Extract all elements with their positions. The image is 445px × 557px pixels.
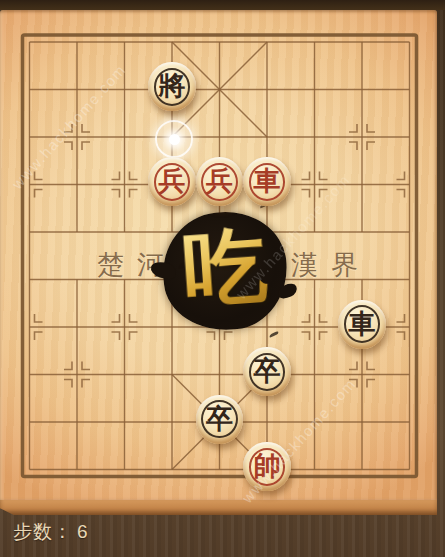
point-7-6[interactable]: 車: [338, 303, 386, 351]
point-3-1[interactable]: 將: [148, 66, 196, 114]
point-2-1[interactable]: [101, 66, 149, 114]
piece-red-pawn[interactable]: 兵: [148, 157, 196, 206]
point-6-8[interactable]: [291, 398, 339, 446]
point-8-5[interactable]: [386, 256, 434, 304]
point-5-0[interactable]: [243, 18, 291, 66]
point-5-2[interactable]: [243, 113, 291, 161]
background-top-strip: [0, 0, 445, 10]
point-4-1[interactable]: [196, 66, 244, 114]
piece-glyph: 車: [349, 310, 376, 337]
point-7-9[interactable]: [338, 446, 386, 494]
point-4-3[interactable]: 兵: [196, 161, 244, 209]
point-8-3[interactable]: [386, 161, 434, 209]
point-0-2[interactable]: [6, 113, 54, 161]
piece-glyph: 卒: [254, 357, 281, 384]
point-0-7[interactable]: [6, 351, 54, 399]
piece-glyph: 將: [159, 72, 186, 99]
point-4-0[interactable]: [196, 18, 244, 66]
piece-glyph: 車: [254, 167, 281, 194]
point-7-8[interactable]: [338, 398, 386, 446]
point-2-4[interactable]: [101, 208, 149, 256]
step-counter-label: 步数: [13, 519, 53, 545]
point-6-6[interactable]: [291, 303, 339, 351]
point-5-7[interactable]: 卒: [243, 351, 291, 399]
point-2-5[interactable]: [101, 256, 149, 304]
piece-red-chariot[interactable]: 車: [243, 157, 291, 206]
point-4-8[interactable]: 卒: [196, 398, 244, 446]
point-0-4[interactable]: [6, 208, 54, 256]
point-1-2[interactable]: [53, 113, 101, 161]
point-1-3[interactable]: [53, 161, 101, 209]
point-2-2[interactable]: [101, 113, 149, 161]
point-2-0[interactable]: [101, 18, 149, 66]
step-counter-colon: ：: [53, 519, 73, 545]
point-6-9[interactable]: [291, 446, 339, 494]
point-7-7[interactable]: [338, 351, 386, 399]
board-bottom-bevel: [0, 500, 437, 515]
piece-glyph: 兵: [206, 167, 233, 194]
point-3-9[interactable]: [148, 446, 196, 494]
point-0-5[interactable]: [6, 256, 54, 304]
point-2-9[interactable]: [101, 446, 149, 494]
point-6-1[interactable]: [291, 66, 339, 114]
point-3-7[interactable]: [148, 351, 196, 399]
point-6-4[interactable]: [291, 208, 339, 256]
point-5-3[interactable]: 車: [243, 161, 291, 209]
point-1-0[interactable]: [53, 18, 101, 66]
point-3-8[interactable]: [148, 398, 196, 446]
point-2-7[interactable]: [101, 351, 149, 399]
point-1-9[interactable]: [53, 446, 101, 494]
point-8-2[interactable]: [386, 113, 434, 161]
point-6-5[interactable]: [291, 256, 339, 304]
point-7-5[interactable]: [338, 256, 386, 304]
point-0-3[interactable]: [6, 161, 54, 209]
point-8-8[interactable]: [386, 398, 434, 446]
point-3-2[interactable]: [148, 113, 196, 161]
xiangqi-game-screen: 楚河 漢界 吃 將兵兵車車卒卒帥 www.hackhome.com www.ha…: [0, 0, 445, 557]
piece-black-pawn[interactable]: 卒: [196, 395, 244, 444]
point-6-7[interactable]: [291, 351, 339, 399]
point-5-8[interactable]: [243, 398, 291, 446]
point-3-3[interactable]: 兵: [148, 161, 196, 209]
point-7-4[interactable]: [338, 208, 386, 256]
point-4-9[interactable]: [196, 446, 244, 494]
point-1-6[interactable]: [53, 303, 101, 351]
piece-glyph: 卒: [206, 405, 233, 432]
point-4-4[interactable]: [196, 208, 244, 256]
piece-black-chariot[interactable]: 車: [338, 300, 386, 349]
point-2-3[interactable]: [101, 161, 149, 209]
point-1-1[interactable]: [53, 66, 101, 114]
point-6-2[interactable]: [291, 113, 339, 161]
point-8-6[interactable]: [386, 303, 434, 351]
board-intersections[interactable]: 將兵兵車車卒卒帥: [6, 18, 434, 493]
piece-red-pawn[interactable]: 兵: [196, 157, 244, 206]
point-4-6[interactable]: [196, 303, 244, 351]
point-8-4[interactable]: [386, 208, 434, 256]
point-4-5[interactable]: [196, 256, 244, 304]
point-5-5[interactable]: [243, 256, 291, 304]
point-7-3[interactable]: [338, 161, 386, 209]
point-3-4[interactable]: [148, 208, 196, 256]
point-6-0[interactable]: [291, 18, 339, 66]
step-counter: 步数 ： 6: [13, 519, 89, 545]
point-2-6[interactable]: [101, 303, 149, 351]
point-1-7[interactable]: [53, 351, 101, 399]
point-5-1[interactable]: [243, 66, 291, 114]
piece-black-pawn[interactable]: 卒: [243, 347, 291, 396]
point-2-8[interactable]: [101, 398, 149, 446]
point-8-0[interactable]: [386, 18, 434, 66]
piece-glyph: 帥: [254, 452, 281, 479]
point-7-2[interactable]: [338, 113, 386, 161]
point-3-6[interactable]: [148, 303, 196, 351]
point-5-9[interactable]: 帥: [243, 446, 291, 494]
point-8-1[interactable]: [386, 66, 434, 114]
point-6-3[interactable]: [291, 161, 339, 209]
point-7-0[interactable]: [338, 18, 386, 66]
piece-red-general[interactable]: 帥: [243, 442, 291, 491]
point-1-5[interactable]: [53, 256, 101, 304]
point-8-9[interactable]: [386, 446, 434, 494]
point-4-2[interactable]: [196, 113, 244, 161]
point-4-7[interactable]: [196, 351, 244, 399]
point-0-6[interactable]: [6, 303, 54, 351]
piece-black-general[interactable]: 將: [148, 62, 196, 111]
point-0-1[interactable]: [6, 66, 54, 114]
point-0-8[interactable]: [6, 398, 54, 446]
point-3-5[interactable]: [148, 256, 196, 304]
point-5-4[interactable]: [243, 208, 291, 256]
piece-glyph: 兵: [159, 167, 186, 194]
point-7-1[interactable]: [338, 66, 386, 114]
point-5-6[interactable]: [243, 303, 291, 351]
point-0-9[interactable]: [6, 446, 54, 494]
step-counter-value: 6: [77, 521, 89, 543]
point-3-0[interactable]: [148, 18, 196, 66]
point-0-0[interactable]: [6, 18, 54, 66]
point-8-7[interactable]: [386, 351, 434, 399]
point-1-8[interactable]: [53, 398, 101, 446]
point-1-4[interactable]: [53, 208, 101, 256]
